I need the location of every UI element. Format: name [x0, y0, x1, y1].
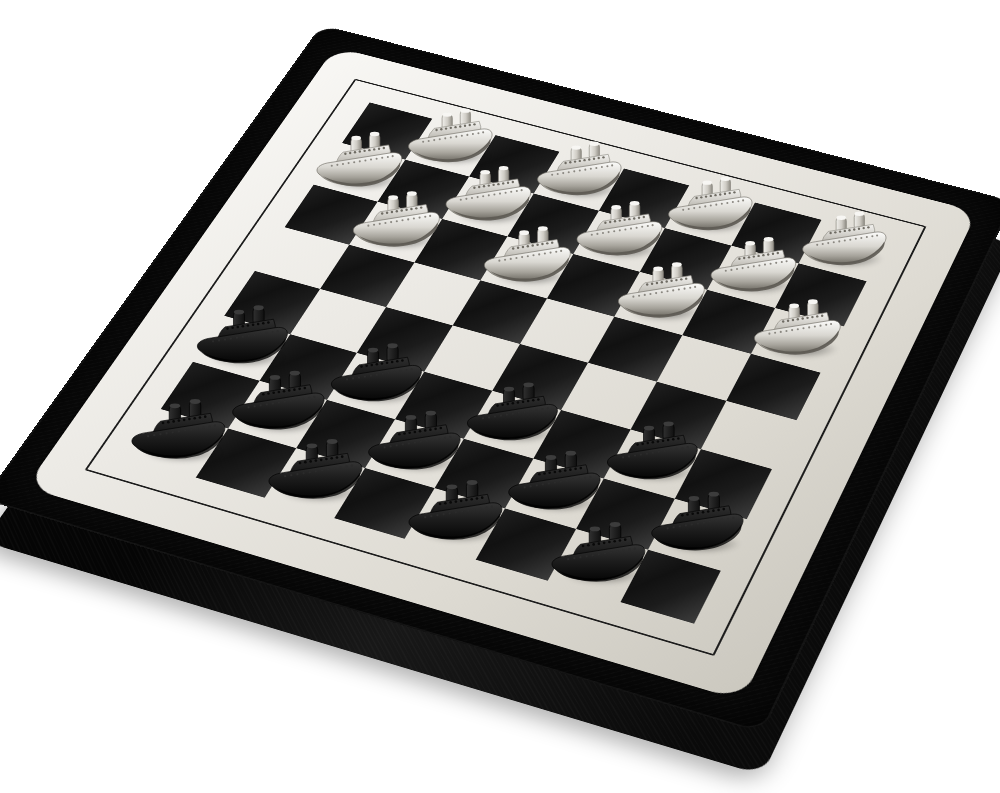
silver-ship-icon	[478, 225, 576, 297]
silver-ship-icon	[705, 235, 801, 305]
piece-black-ship[interactable]	[402, 478, 507, 555]
silver-ship-icon	[571, 199, 667, 269]
silver-ship-icon	[612, 261, 709, 332]
piece-black-ship[interactable]	[646, 489, 750, 565]
piece-black-ship[interactable]	[325, 341, 427, 416]
black-ship-icon	[325, 341, 427, 416]
black-ship-icon	[125, 397, 230, 474]
piece-black-ship[interactable]	[601, 419, 703, 494]
piece-black-ship[interactable]	[461, 380, 563, 455]
piece-silver-ship[interactable]	[571, 199, 667, 269]
black-ship-icon	[402, 478, 507, 555]
piece-black-ship[interactable]	[191, 303, 293, 378]
silver-ship-icon	[347, 189, 445, 261]
silver-ship-icon	[663, 174, 758, 243]
piece-silver-ship[interactable]	[749, 297, 846, 368]
piece-silver-ship[interactable]	[705, 235, 801, 305]
piece-silver-ship[interactable]	[612, 261, 709, 332]
piece-black-ship[interactable]	[226, 369, 330, 445]
silver-ship-icon	[749, 297, 846, 368]
product-photo	[0, 0, 1000, 793]
piece-black-ship[interactable]	[545, 519, 650, 596]
piece-black-ship[interactable]	[262, 437, 367, 514]
piece-black-ship[interactable]	[125, 397, 230, 474]
piece-black-ship[interactable]	[363, 408, 467, 484]
black-ship-icon	[363, 408, 467, 484]
black-ship-icon	[461, 380, 563, 455]
black-ship-icon	[503, 448, 607, 524]
piece-silver-ship[interactable]	[347, 189, 445, 261]
piece-silver-ship[interactable]	[796, 209, 891, 278]
black-ship-icon	[191, 303, 293, 378]
black-ship-icon	[601, 419, 703, 494]
piece-black-ship[interactable]	[503, 448, 607, 524]
piece-silver-ship[interactable]	[663, 174, 758, 243]
black-ship-icon	[226, 369, 330, 445]
piece-silver-ship[interactable]	[478, 225, 576, 297]
black-ship-icon	[545, 519, 650, 596]
black-ship-icon	[262, 437, 367, 514]
black-ship-icon	[646, 489, 750, 565]
silver-ship-icon	[796, 209, 891, 278]
